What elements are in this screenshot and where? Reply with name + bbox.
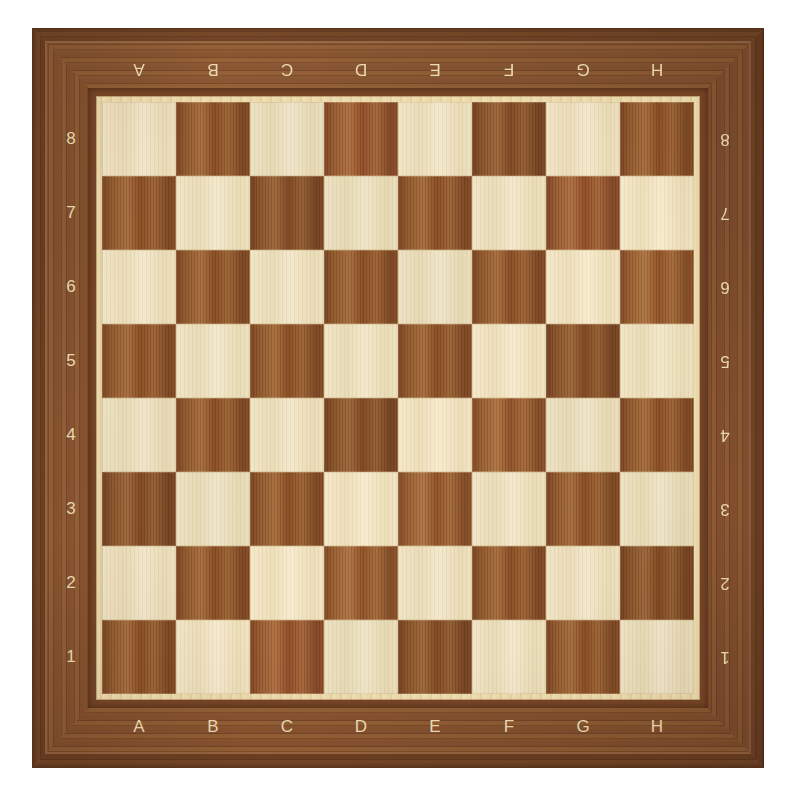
square-a7[interactable] [102,176,176,250]
square-h8[interactable] [620,102,694,176]
square-b2[interactable] [176,546,250,620]
square-e3[interactable] [398,472,472,546]
square-b8[interactable] [176,102,250,176]
square-h2[interactable] [620,546,694,620]
square-f6[interactable] [472,250,546,324]
square-b3[interactable] [176,472,250,546]
square-d3[interactable] [324,472,398,546]
square-g1[interactable] [546,620,620,694]
square-c7[interactable] [250,176,324,250]
squares-grid [102,102,694,694]
square-c4[interactable] [250,398,324,472]
square-e7[interactable] [398,176,472,250]
square-a4[interactable] [102,398,176,472]
square-h6[interactable] [620,250,694,324]
square-g4[interactable] [546,398,620,472]
square-e8[interactable] [398,102,472,176]
square-e4[interactable] [398,398,472,472]
square-c6[interactable] [250,250,324,324]
square-d5[interactable] [324,324,398,398]
square-g7[interactable] [546,176,620,250]
square-g5[interactable] [546,324,620,398]
square-f3[interactable] [472,472,546,546]
square-b6[interactable] [176,250,250,324]
square-a3[interactable] [102,472,176,546]
square-g3[interactable] [546,472,620,546]
product-photo-background: ABCDEFGH ABCDEFGH 87654321 87654321 [0,0,798,800]
square-d2[interactable] [324,546,398,620]
square-f5[interactable] [472,324,546,398]
square-f7[interactable] [472,176,546,250]
chess-board: ABCDEFGH ABCDEFGH 87654321 87654321 [32,28,764,768]
square-d1[interactable] [324,620,398,694]
square-g8[interactable] [546,102,620,176]
square-d6[interactable] [324,250,398,324]
square-a5[interactable] [102,324,176,398]
square-c8[interactable] [250,102,324,176]
square-f1[interactable] [472,620,546,694]
square-b4[interactable] [176,398,250,472]
square-a1[interactable] [102,620,176,694]
square-c2[interactable] [250,546,324,620]
square-g2[interactable] [546,546,620,620]
square-h7[interactable] [620,176,694,250]
square-h3[interactable] [620,472,694,546]
square-h4[interactable] [620,398,694,472]
square-a2[interactable] [102,546,176,620]
square-h1[interactable] [620,620,694,694]
square-b5[interactable] [176,324,250,398]
square-g6[interactable] [546,250,620,324]
square-e6[interactable] [398,250,472,324]
square-d7[interactable] [324,176,398,250]
square-c3[interactable] [250,472,324,546]
square-c1[interactable] [250,620,324,694]
square-d8[interactable] [324,102,398,176]
square-c5[interactable] [250,324,324,398]
square-e2[interactable] [398,546,472,620]
square-b7[interactable] [176,176,250,250]
square-b1[interactable] [176,620,250,694]
square-a6[interactable] [102,250,176,324]
square-e5[interactable] [398,324,472,398]
square-e1[interactable] [398,620,472,694]
square-f2[interactable] [472,546,546,620]
square-f4[interactable] [472,398,546,472]
square-d4[interactable] [324,398,398,472]
square-a8[interactable] [102,102,176,176]
square-f8[interactable] [472,102,546,176]
square-h5[interactable] [620,324,694,398]
